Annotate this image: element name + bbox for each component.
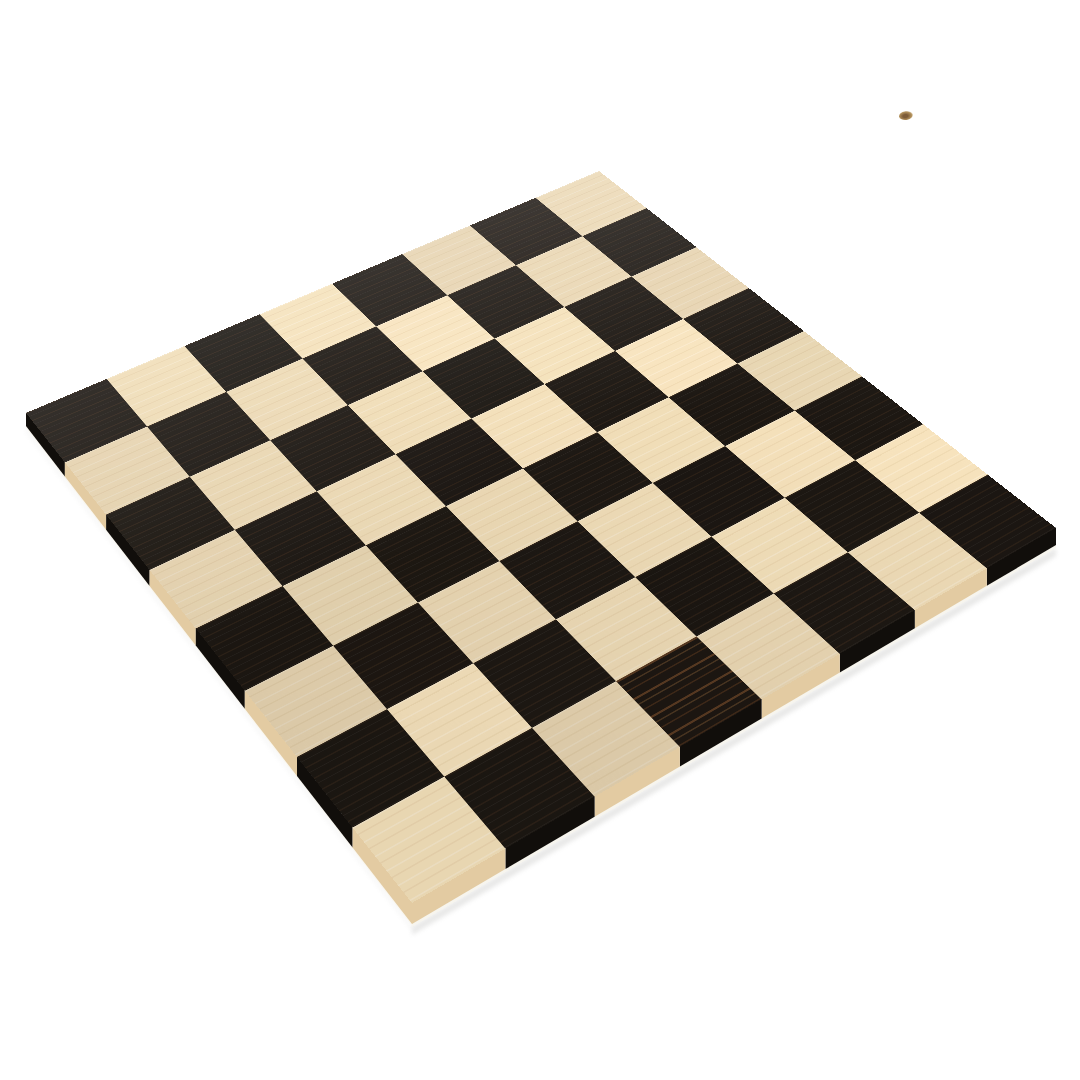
product-photo bbox=[0, 0, 1080, 1080]
